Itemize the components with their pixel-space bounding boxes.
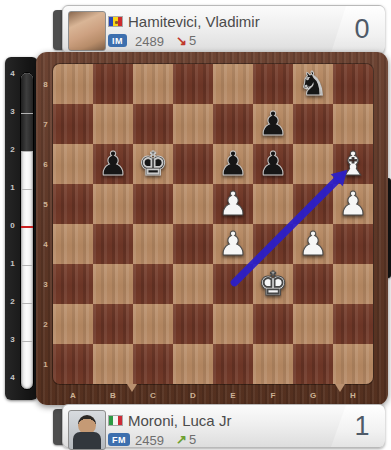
square-b8[interactable] [93, 64, 133, 104]
square-c4[interactable] [133, 224, 173, 264]
square-e2[interactable] [213, 304, 253, 344]
square-h8[interactable] [333, 64, 373, 104]
square-c2[interactable] [133, 304, 173, 344]
square-e3[interactable] [213, 264, 253, 304]
eval-scale-label: 4 [5, 69, 20, 79]
rank-label-5: 5 [40, 184, 51, 224]
file-label-E: E [213, 386, 253, 404]
italy-flag-icon [108, 415, 123, 426]
square-f2[interactable] [253, 304, 293, 344]
eval-tick [21, 189, 33, 190]
square-a4[interactable] [53, 224, 93, 264]
square-g1[interactable] [293, 344, 333, 384]
square-a5[interactable] [53, 184, 93, 224]
file-label-A: A [53, 386, 93, 404]
file-label-H: H [333, 386, 373, 404]
arrow-down-right-icon: ↘ [176, 33, 187, 48]
square-d1[interactable] [173, 344, 213, 384]
black-pawn-b6[interactable]: ♟ [93, 144, 133, 184]
player-bar-white: Moroni, Luca Jr FM 2459 ↗5 1 [62, 404, 385, 448]
player-bar-black: Hamitevici, Vladimir IM 2489 ↘5 0 [62, 5, 385, 54]
white-pawn-g4[interactable]: ♟ [293, 224, 333, 264]
square-d3[interactable] [173, 264, 213, 304]
white-pawn-e5[interactable]: ♟ [213, 184, 253, 224]
square-h4[interactable] [333, 224, 373, 264]
white-pawn-e4[interactable]: ♟ [213, 224, 253, 264]
rank-label-7: 7 [40, 104, 51, 144]
rank-label-3: 3 [40, 264, 51, 304]
square-h2[interactable] [333, 304, 373, 344]
black-king-c6[interactable]: ♚ [133, 144, 173, 184]
square-c7[interactable] [133, 104, 173, 144]
file-label-C: C [133, 386, 173, 404]
square-b2[interactable] [93, 304, 133, 344]
eval-tick [21, 113, 33, 114]
rank-label-4: 4 [40, 224, 51, 264]
chess-broadcast-panel: Hamitevici, Vladimir IM 2489 ↘5 0 432101… [0, 0, 391, 450]
eval-scale-label: 0 [5, 221, 20, 231]
square-g5[interactable] [293, 184, 333, 224]
square-e7[interactable] [213, 104, 253, 144]
rating-trend-white: ↗5 [176, 432, 196, 447]
eval-scale-label: 4 [5, 373, 20, 383]
trend-value: 5 [189, 432, 196, 447]
eval-scale-label: 1 [5, 259, 20, 269]
board-squares[interactable]: ♞♟♟♚♟♟♝♟♟♟♟♚ [53, 64, 373, 384]
square-b4[interactable] [93, 224, 133, 264]
avatar-black-player [68, 11, 106, 51]
eval-tick [21, 151, 33, 152]
square-h3[interactable] [333, 264, 373, 304]
rating-black: 2489 [135, 34, 164, 49]
arrow-up-right-icon: ↗ [176, 432, 187, 447]
file-label-B: B [93, 386, 133, 404]
square-f4[interactable] [253, 224, 293, 264]
score-wedge-white: 1 [329, 405, 385, 447]
square-f1[interactable] [253, 344, 293, 384]
square-d4[interactable] [173, 224, 213, 264]
rating-white: 2459 [135, 433, 164, 448]
square-b3[interactable] [93, 264, 133, 304]
square-a3[interactable] [53, 264, 93, 304]
square-a6[interactable] [53, 144, 93, 184]
flag-stripe [118, 416, 122, 425]
evaluation-zero-line [21, 226, 33, 228]
evaluation-black-section [21, 73, 33, 151]
white-pawn-h5[interactable]: ♟ [333, 184, 373, 224]
square-f5[interactable] [253, 184, 293, 224]
black-pawn-f7[interactable]: ♟ [253, 104, 293, 144]
rating-trend-black: ↘5 [176, 33, 196, 48]
square-h7[interactable] [333, 104, 373, 144]
square-a1[interactable] [53, 344, 93, 384]
black-pawn-f6[interactable]: ♟ [253, 144, 293, 184]
evaluation-bar: 432101234 [5, 57, 38, 400]
evaluation-gauge [20, 72, 34, 390]
trend-value: 5 [189, 33, 196, 48]
eval-scale-label: 2 [5, 145, 20, 155]
score-black: 0 [344, 14, 369, 45]
avatar-white-player [68, 410, 106, 450]
file-label-G: G [293, 386, 333, 404]
square-e1[interactable] [213, 344, 253, 384]
square-c5[interactable] [133, 184, 173, 224]
square-b5[interactable] [93, 184, 133, 224]
player-name-black: Hamitevici, Vladimir [128, 13, 260, 30]
square-d5[interactable] [173, 184, 213, 224]
square-f8[interactable] [253, 64, 293, 104]
score-wedge-black: 0 [329, 6, 385, 53]
square-g6[interactable] [293, 144, 333, 184]
square-b1[interactable] [93, 344, 133, 384]
eval-tick [21, 303, 33, 304]
white-bishop-h6[interactable]: ♝ [333, 144, 373, 184]
title-badge-white: FM [108, 433, 130, 446]
file-label-F: F [253, 386, 293, 404]
square-d7[interactable] [173, 104, 213, 144]
square-g3[interactable] [293, 264, 333, 304]
eval-scale-label: 3 [5, 107, 20, 117]
eval-tick [21, 265, 33, 266]
black-knight-g8[interactable]: ♞ [293, 64, 333, 104]
eval-scale-label: 1 [5, 183, 20, 193]
eval-scale-label: 2 [5, 297, 20, 307]
rank-label-8: 8 [40, 64, 51, 104]
rank-label-1: 1 [40, 344, 51, 384]
square-g2[interactable] [293, 304, 333, 344]
white-king-f3[interactable]: ♚ [253, 264, 293, 304]
eval-tick [21, 341, 33, 342]
title-badge-black: IM [108, 34, 127, 47]
square-c3[interactable] [133, 264, 173, 304]
square-c8[interactable] [133, 64, 173, 104]
eval-scale-label: 3 [5, 335, 20, 345]
file-label-D: D [173, 386, 213, 404]
square-h1[interactable] [333, 344, 373, 384]
square-b7[interactable] [93, 104, 133, 144]
square-d2[interactable] [173, 304, 213, 344]
rank-label-6: 6 [40, 144, 51, 184]
score-white: 1 [344, 411, 369, 442]
square-g7[interactable] [293, 104, 333, 144]
square-a8[interactable] [53, 64, 93, 104]
square-e8[interactable] [213, 64, 253, 104]
square-d8[interactable] [173, 64, 213, 104]
player-name-white: Moroni, Luca Jr [128, 412, 231, 429]
black-pawn-e6[interactable]: ♟ [213, 144, 253, 184]
square-d6[interactable] [173, 144, 213, 184]
rank-label-2: 2 [40, 304, 51, 344]
square-a2[interactable] [53, 304, 93, 344]
square-c1[interactable] [133, 344, 173, 384]
square-a7[interactable] [53, 104, 93, 144]
moldova-flag-icon [108, 16, 123, 27]
flag-stripe [118, 17, 122, 26]
chess-board: ♞♟♟♚♟♟♝♟♟♟♟♚ 87654321ABCDEFGH [36, 52, 388, 405]
flag-emblem [115, 21, 118, 24]
